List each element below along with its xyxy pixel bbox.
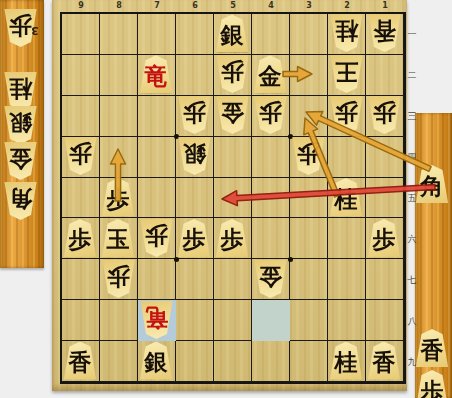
piece-kanji: 歩 [297,143,320,166]
piece-kanji: 金 [259,265,282,288]
rank-label: 四 [405,151,419,164]
rank-label: 一 [405,28,419,41]
hoshi-dot [288,257,293,262]
hand-piece-count: 3 [31,24,39,37]
rank-label: 六 [405,233,419,246]
hoshi-dot [174,257,179,262]
piece-kanji: 金 [9,148,32,171]
piece-kanji: 歩 [69,143,92,166]
piece-kanji: 桂 [9,78,32,101]
file-label: 1 [375,1,395,10]
piece-kanji: 竜 [145,306,168,329]
rank-label: 三 [405,110,419,123]
file-label: 9 [71,1,91,10]
file-label: 6 [185,1,205,10]
file-label: 4 [261,1,281,10]
highlighted-square[interactable] [252,300,290,341]
piece-kanji: 歩 [107,265,130,288]
piece-kanji: 桂 [335,188,358,211]
piece-kanji: 歩 [221,228,244,251]
piece-kanji: 歩 [373,228,396,251]
piece-kanji: 銀 [145,351,168,374]
piece-kanji: 桂 [335,20,358,43]
file-label: 5 [223,1,243,10]
rank-label: 七 [405,274,419,287]
piece-kanji: 王 [335,61,358,84]
piece-kanji: 歩 [373,102,396,125]
rank-label: 八 [405,315,419,328]
piece-kanji: 歩 [183,228,206,251]
file-label: 3 [299,1,319,10]
piece-kanji: 銀 [221,24,244,47]
piece-kanji: 角 [421,175,444,198]
piece-kanji: 歩 [221,61,244,84]
file-label: 2 [337,1,357,10]
piece-kanji: 歩 [107,188,130,211]
piece-kanji: 歩 [421,380,444,398]
piece-kanji: 香 [373,351,396,374]
piece-kanji: 歩 [183,102,206,125]
piece-kanji: 香 [373,20,396,43]
piece-kanji: 銀 [183,143,206,166]
piece-kanji: 歩 [259,102,282,125]
piece-kanji: 歩 [335,102,358,125]
piece-kanji: 金 [221,102,244,125]
piece-kanji: 歩 [9,15,32,38]
piece-kanji: 歩 [145,224,168,247]
hoshi-dot [174,134,179,139]
piece-kanji: 銀 [9,112,32,135]
rank-label: 二 [405,69,419,82]
piece-kanji: 玉 [107,228,130,251]
piece-kanji: 香 [69,351,92,374]
piece-kanji: 角 [9,188,32,211]
piece-kanji: 桂 [335,351,358,374]
piece-kanji: 竜 [145,65,168,88]
shogi-app: 987654321一二三四五六七八九銀桂香竜歩金王歩金歩歩歩歩銀歩歩桂歩玉歩歩歩… [0,0,452,398]
piece-kanji: 金 [259,65,282,88]
file-label: 8 [109,1,129,10]
file-label: 7 [147,1,167,10]
hoshi-dot [288,134,293,139]
piece-kanji: 香 [421,339,444,362]
piece-kanji: 歩 [69,228,92,251]
